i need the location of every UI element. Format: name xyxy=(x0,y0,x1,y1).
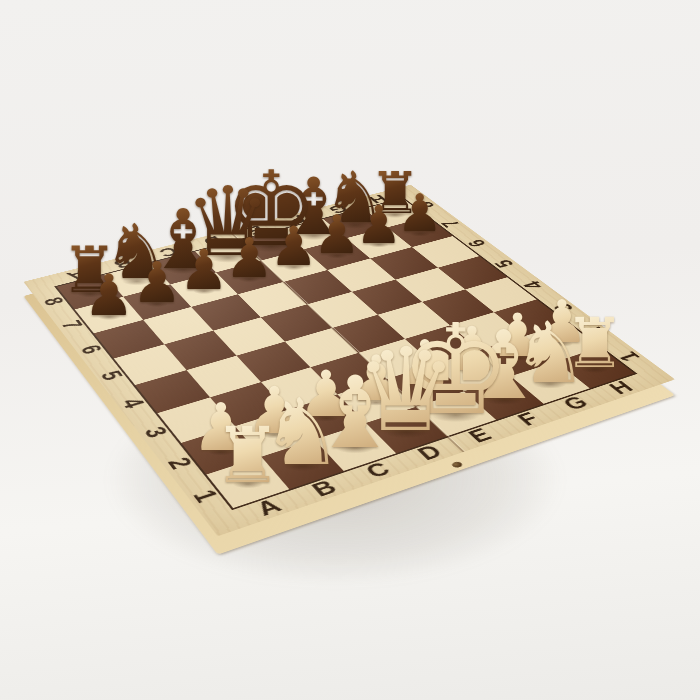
perspective-wrapper: AABBCCDDEEFFGGHH1122334455667788 xyxy=(0,0,700,700)
chess-board: AABBCCDDEEFFGGHH1122334455667788 xyxy=(23,185,675,537)
latch-hole xyxy=(450,461,463,469)
playing-field xyxy=(54,198,637,511)
chess-set-photo-scene: AABBCCDDEEFFGGHH1122334455667788 ♜♞♟♝♟♚♟… xyxy=(0,0,700,700)
